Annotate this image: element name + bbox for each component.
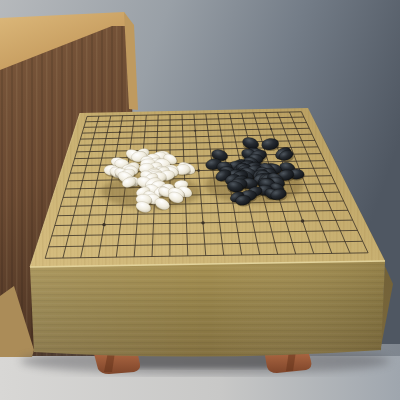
star-point [194,130,196,132]
star-point [102,223,105,226]
goban-photo-scene [0,0,400,400]
star-point [201,221,204,224]
scene-svg [0,0,400,400]
star-point [301,219,304,222]
goban-front-shading [30,261,385,357]
star-point [197,169,200,172]
star-point [270,128,272,130]
star-point [119,131,121,133]
